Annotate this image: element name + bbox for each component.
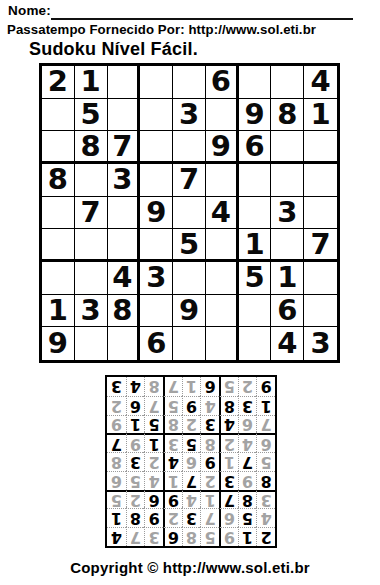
cell-r3c6: 9	[206, 131, 239, 164]
cell-r3c3: 7	[108, 131, 141, 164]
cell-r5c9	[304, 197, 337, 230]
cell-r3c4	[140, 131, 173, 164]
cell-r6c4	[140, 229, 173, 262]
cell-r1c3	[108, 66, 141, 99]
cell-r7c2	[75, 262, 108, 295]
cell-r8c1: 1	[42, 295, 75, 328]
cell-r9c1: 9	[42, 327, 75, 360]
solution-cell-r7c2: 6	[238, 415, 257, 434]
solution-cell-r5c3: 1	[219, 452, 238, 471]
cell-r3c1	[42, 131, 75, 164]
copyright-text: Copyright © http://www.sol.eti.br	[0, 559, 380, 576]
cell-r5c1	[42, 197, 75, 230]
cell-r6c6	[206, 229, 239, 262]
solution-cell-r2c7: 9	[144, 508, 163, 527]
solution-cell-r5c2: 7	[238, 452, 257, 471]
cell-r9c9: 3	[304, 327, 337, 360]
cell-r6c1	[42, 229, 75, 262]
cell-r2c2: 5	[75, 99, 108, 132]
solution-cell-r9c2: 2	[238, 377, 257, 396]
cell-r5c8: 3	[271, 197, 304, 230]
solution-cell-r8c7: 7	[144, 396, 163, 415]
cell-r4c6	[206, 164, 239, 197]
provided-by-text: Passatempo Fornecido Por: http://www.sol…	[7, 22, 316, 37]
solution-cell-r6c8: 9	[126, 433, 145, 452]
cell-r1c2: 1	[75, 66, 108, 99]
cell-r3c9	[304, 131, 337, 164]
solution-cell-r2c6: 2	[163, 508, 182, 527]
solution-cell-r2c2: 5	[238, 508, 257, 527]
solution-cell-r6c6: 3	[163, 433, 182, 452]
solution-cell-r7c8: 1	[126, 415, 145, 434]
solution-cell-r9c1: 9	[256, 377, 275, 396]
solution-cell-r3c1: 3	[256, 490, 275, 509]
cell-r5c3	[108, 197, 141, 230]
cell-r1c8	[271, 66, 304, 99]
solution-cell-r6c9: 7	[107, 433, 126, 452]
solution-cell-r4c2: 9	[238, 471, 257, 490]
cell-r4c7	[239, 164, 272, 197]
solution-cell-r1c6: 6	[163, 527, 182, 546]
solution-cell-r1c8: 7	[126, 527, 145, 546]
solution-cell-r8c8: 6	[126, 396, 145, 415]
cell-r2c8: 8	[271, 99, 304, 132]
cell-r4c3: 3	[108, 164, 141, 197]
cell-r6c2	[75, 229, 108, 262]
solution-cell-r3c5: 4	[182, 490, 201, 509]
solution-cell-r4c8: 5	[126, 471, 145, 490]
sudoku-grid: 216453981879683779435174351138969643	[39, 63, 340, 363]
cell-r6c8	[271, 229, 304, 262]
cell-r5c7	[239, 197, 272, 230]
cell-r2c9: 1	[304, 99, 337, 132]
solution-cell-r4c1: 8	[256, 471, 275, 490]
solution-cell-r5c9: 8	[107, 452, 126, 471]
solution-cell-r8c2: 3	[238, 396, 257, 415]
cell-r2c1	[42, 99, 75, 132]
cell-r8c3: 8	[108, 295, 141, 328]
cell-r1c9: 4	[304, 66, 337, 99]
solution-grid-rotated: 2195863744567329813871496258932714565719…	[105, 375, 277, 548]
cell-r9c5	[173, 327, 206, 360]
solution-cell-r2c1: 4	[256, 508, 275, 527]
solution-cell-r7c9: 9	[107, 415, 126, 434]
cell-r8c4	[140, 295, 173, 328]
solution-cell-r6c5: 5	[182, 433, 201, 452]
solution-cell-r7c4: 3	[200, 415, 219, 434]
cell-r3c8	[271, 131, 304, 164]
solution-cell-r6c7: 1	[144, 433, 163, 452]
solution-cell-r1c1: 2	[256, 527, 275, 546]
solution-cell-r3c8: 2	[126, 490, 145, 509]
cell-r5c5	[173, 197, 206, 230]
solution-cell-r9c5: 1	[182, 377, 201, 396]
cell-r8c5: 9	[173, 295, 206, 328]
cell-r2c5: 3	[173, 99, 206, 132]
cell-r2c4	[140, 99, 173, 132]
solution-cell-r2c4: 7	[200, 508, 219, 527]
solution-cell-r4c6: 1	[163, 471, 182, 490]
puzzle-page: Nome: Passatempo Fornecido Por: http://w…	[0, 0, 380, 585]
cell-r6c3	[108, 229, 141, 262]
solution-cell-r2c5: 3	[182, 508, 201, 527]
solution-cell-r9c3: 5	[219, 377, 238, 396]
cell-r7c6	[206, 262, 239, 295]
name-fill-line	[51, 0, 353, 20]
solution-cell-r1c7: 3	[144, 527, 163, 546]
solution-cell-r3c4: 1	[200, 490, 219, 509]
cell-r7c7: 5	[239, 262, 272, 295]
solution-cell-r8c6: 5	[163, 396, 182, 415]
solution-cell-r6c2: 4	[238, 433, 257, 452]
solution-cell-r9c4: 6	[200, 377, 219, 396]
solution-cell-r8c9: 2	[107, 396, 126, 415]
solution-cell-r5c5: 6	[182, 452, 201, 471]
cell-r8c9	[304, 295, 337, 328]
solution-cell-r1c9: 4	[107, 527, 126, 546]
page-title: Sudoku Nível Fácil.	[29, 39, 198, 60]
solution-cell-r7c7: 5	[144, 415, 163, 434]
cell-r8c2: 3	[75, 295, 108, 328]
solution-cell-r6c4: 8	[200, 433, 219, 452]
cell-r2c7: 9	[239, 99, 272, 132]
cell-r4c4	[140, 164, 173, 197]
solution-cell-r5c1: 5	[256, 452, 275, 471]
cell-r3c2: 8	[75, 131, 108, 164]
solution-cell-r9c9: 3	[107, 377, 126, 396]
solution-cell-r3c7: 6	[144, 490, 163, 509]
cell-r7c5	[173, 262, 206, 295]
solution-cell-r7c6: 8	[163, 415, 182, 434]
cell-r7c8: 1	[271, 262, 304, 295]
solution-cell-r9c8: 4	[126, 377, 145, 396]
cell-r9c2	[75, 327, 108, 360]
cell-r7c4: 3	[140, 262, 173, 295]
cell-r8c8: 6	[271, 295, 304, 328]
solution-cell-r5c8: 3	[126, 452, 145, 471]
cell-r5c4: 9	[140, 197, 173, 230]
solution-cell-r2c8: 8	[126, 508, 145, 527]
cell-r7c1	[42, 262, 75, 295]
solution-cell-r1c4: 5	[200, 527, 219, 546]
solution-cell-r6c1: 6	[256, 433, 275, 452]
solution-cell-r4c7: 4	[144, 471, 163, 490]
solution-cell-r6c3: 2	[219, 433, 238, 452]
solution-cell-r7c5: 2	[182, 415, 201, 434]
cell-r4c8	[271, 164, 304, 197]
cell-r7c9	[304, 262, 337, 295]
solution-cell-r3c3: 7	[219, 490, 238, 509]
solution-cell-r4c3: 3	[219, 471, 238, 490]
solution-cell-r2c9: 1	[107, 508, 126, 527]
solution-cell-r8c1: 1	[256, 396, 275, 415]
solution-cell-r3c9: 5	[107, 490, 126, 509]
solution-cell-r7c3: 4	[219, 415, 238, 434]
solution-cell-r9c7: 8	[144, 377, 163, 396]
cell-r6c7: 1	[239, 229, 272, 262]
cell-r2c3	[108, 99, 141, 132]
cell-r3c5	[173, 131, 206, 164]
cell-r5c6: 4	[206, 197, 239, 230]
cell-r9c6	[206, 327, 239, 360]
cell-r3c7: 6	[239, 131, 272, 164]
solution-cell-r1c2: 1	[238, 527, 257, 546]
name-label: Nome:	[8, 3, 51, 18]
cell-r1c5	[173, 66, 206, 99]
cell-r8c7	[239, 295, 272, 328]
cell-r4c1: 8	[42, 164, 75, 197]
solution-cell-r1c3: 9	[219, 527, 238, 546]
solution-cell-r1c5: 8	[182, 527, 201, 546]
solution-cell-r3c2: 8	[238, 490, 257, 509]
cell-r4c5: 7	[173, 164, 206, 197]
solution-cell-r8c4: 4	[200, 396, 219, 415]
cell-r9c8: 4	[271, 327, 304, 360]
cell-r8c6	[206, 295, 239, 328]
cell-r7c3: 4	[108, 262, 141, 295]
solution-cell-r5c7: 2	[144, 452, 163, 471]
cell-r6c5: 5	[173, 229, 206, 262]
cell-r9c4: 6	[140, 327, 173, 360]
cell-r2c6	[206, 99, 239, 132]
cell-r5c2: 7	[75, 197, 108, 230]
cell-r1c6: 6	[206, 66, 239, 99]
cell-r4c9	[304, 164, 337, 197]
solution-cell-r9c6: 7	[163, 377, 182, 396]
cell-r1c7	[239, 66, 272, 99]
cell-r4c2	[75, 164, 108, 197]
cell-r9c7	[239, 327, 272, 360]
solution-cell-r8c5: 9	[182, 396, 201, 415]
cell-r9c3	[108, 327, 141, 360]
cell-r1c4	[140, 66, 173, 99]
cell-r1c1: 2	[42, 66, 75, 99]
solution-cell-r5c4: 9	[200, 452, 219, 471]
solution-cell-r8c3: 8	[219, 396, 238, 415]
solution-cell-r2c3: 6	[219, 508, 238, 527]
solution-cell-r7c1: 7	[256, 415, 275, 434]
cell-r6c9: 7	[304, 229, 337, 262]
solution-cell-r4c9: 6	[107, 471, 126, 490]
solution-cell-r4c4: 2	[200, 471, 219, 490]
solution-cell-r5c6: 4	[163, 452, 182, 471]
solution-cell-r4c5: 7	[182, 471, 201, 490]
solution-cell-r3c6: 9	[163, 490, 182, 509]
